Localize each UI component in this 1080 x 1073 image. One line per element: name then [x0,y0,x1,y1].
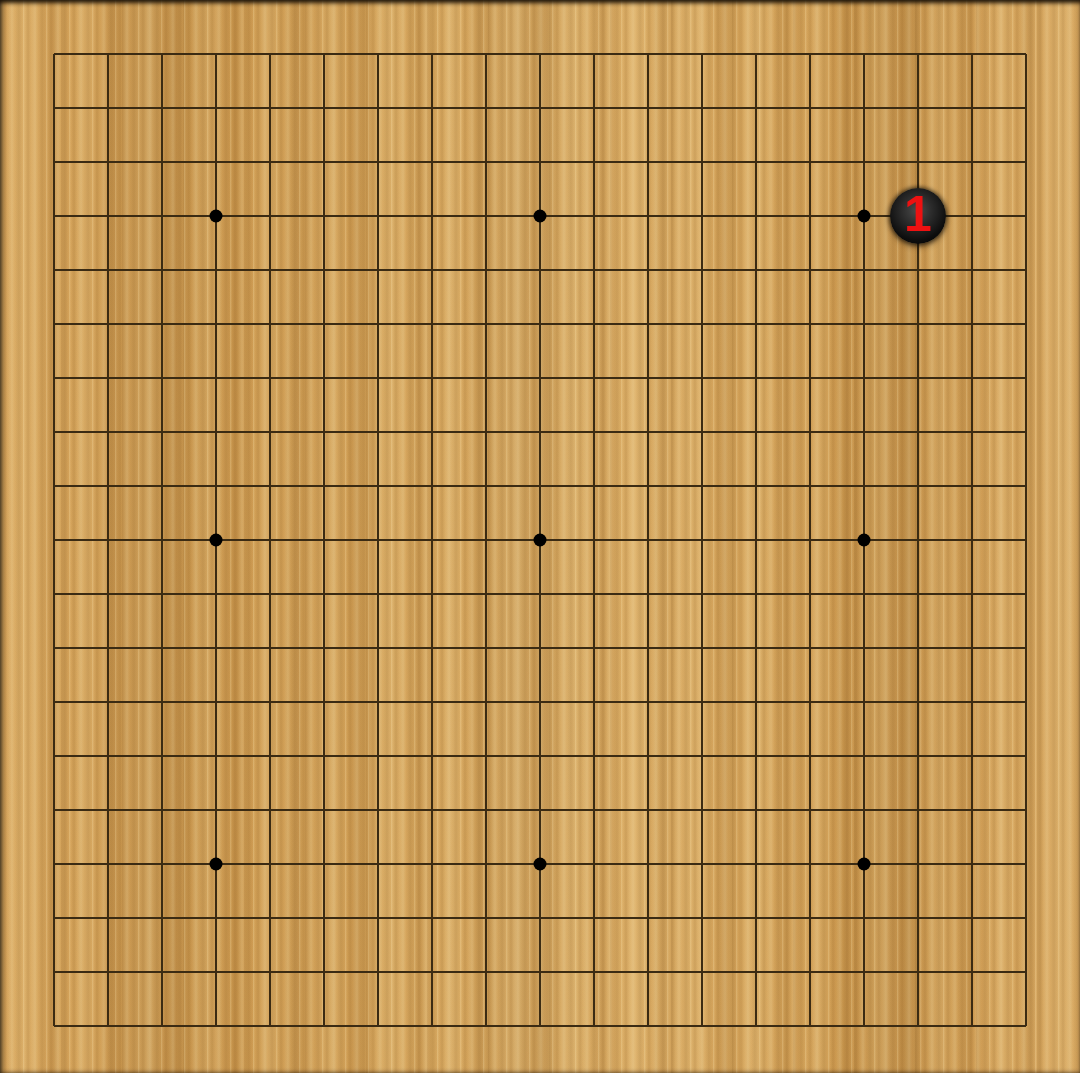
intersection-R5[interactable] [891,783,945,837]
intersection-Q18[interactable] [837,81,891,135]
intersection-B16[interactable] [81,189,135,243]
intersection-D13[interactable] [189,351,243,405]
intersection-N8[interactable] [675,621,729,675]
intersection-L9[interactable] [567,567,621,621]
intersection-N10[interactable] [675,513,729,567]
intersection-O7[interactable] [729,675,783,729]
intersection-F7[interactable] [297,675,351,729]
intersection-T7[interactable] [999,675,1053,729]
intersection-Q13[interactable] [837,351,891,405]
intersection-T10[interactable] [999,513,1053,567]
intersection-C13[interactable] [135,351,189,405]
intersection-B10[interactable] [81,513,135,567]
intersection-A5[interactable] [27,783,81,837]
intersection-J17[interactable] [459,135,513,189]
intersection-T18[interactable] [999,81,1053,135]
intersection-E13[interactable] [243,351,297,405]
intersection-C16[interactable] [135,189,189,243]
intersection-B3[interactable] [81,891,135,945]
intersection-N7[interactable] [675,675,729,729]
intersection-A11[interactable] [27,459,81,513]
intersection-K6[interactable] [513,729,567,783]
intersection-G17[interactable] [351,135,405,189]
intersection-D8[interactable] [189,621,243,675]
intersection-T8[interactable] [999,621,1053,675]
intersection-G16[interactable] [351,189,405,243]
intersection-K13[interactable] [513,351,567,405]
intersection-T12[interactable] [999,405,1053,459]
intersection-H13[interactable] [405,351,459,405]
intersection-L14[interactable] [567,297,621,351]
intersection-F16[interactable] [297,189,351,243]
intersection-M1[interactable] [621,999,675,1053]
intersection-A9[interactable] [27,567,81,621]
intersection-G5[interactable] [351,783,405,837]
intersection-O13[interactable] [729,351,783,405]
intersection-D2[interactable] [189,945,243,999]
intersection-P1[interactable] [783,999,837,1053]
intersection-R8[interactable] [891,621,945,675]
intersection-K4[interactable] [513,837,567,891]
intersection-H4[interactable] [405,837,459,891]
intersection-N4[interactable] [675,837,729,891]
intersection-M8[interactable] [621,621,675,675]
intersection-N9[interactable] [675,567,729,621]
intersection-C18[interactable] [135,81,189,135]
intersection-M2[interactable] [621,945,675,999]
intersection-G9[interactable] [351,567,405,621]
intersection-H15[interactable] [405,243,459,297]
intersection-E17[interactable] [243,135,297,189]
intersection-F11[interactable] [297,459,351,513]
intersection-F18[interactable] [297,81,351,135]
intersection-L12[interactable] [567,405,621,459]
intersection-B2[interactable] [81,945,135,999]
intersection-Q14[interactable] [837,297,891,351]
intersection-M5[interactable] [621,783,675,837]
intersection-P9[interactable] [783,567,837,621]
intersection-P11[interactable] [783,459,837,513]
intersection-H16[interactable] [405,189,459,243]
intersection-M6[interactable] [621,729,675,783]
intersection-M15[interactable] [621,243,675,297]
intersection-R2[interactable] [891,945,945,999]
intersection-N16[interactable] [675,189,729,243]
intersection-R18[interactable] [891,81,945,135]
intersection-P18[interactable] [783,81,837,135]
intersection-P5[interactable] [783,783,837,837]
intersection-T1[interactable] [999,999,1053,1053]
intersection-F10[interactable] [297,513,351,567]
intersection-F19[interactable] [297,27,351,81]
intersection-R10[interactable] [891,513,945,567]
intersection-B18[interactable] [81,81,135,135]
intersection-T6[interactable] [999,729,1053,783]
intersection-H18[interactable] [405,81,459,135]
intersection-H7[interactable] [405,675,459,729]
intersection-M9[interactable] [621,567,675,621]
intersection-R9[interactable] [891,567,945,621]
intersection-C9[interactable] [135,567,189,621]
intersection-R11[interactable] [891,459,945,513]
intersection-J5[interactable] [459,783,513,837]
intersection-C14[interactable] [135,297,189,351]
intersection-N18[interactable] [675,81,729,135]
intersection-F2[interactable] [297,945,351,999]
intersection-E19[interactable] [243,27,297,81]
intersection-G14[interactable] [351,297,405,351]
intersection-S1[interactable] [945,999,999,1053]
intersection-J4[interactable] [459,837,513,891]
intersection-R16[interactable]: 1 [891,189,945,243]
intersection-K2[interactable] [513,945,567,999]
intersection-T11[interactable] [999,459,1053,513]
intersection-E4[interactable] [243,837,297,891]
intersection-C1[interactable] [135,999,189,1053]
intersection-S2[interactable] [945,945,999,999]
intersection-C8[interactable] [135,621,189,675]
intersection-H5[interactable] [405,783,459,837]
intersection-B19[interactable] [81,27,135,81]
intersection-L18[interactable] [567,81,621,135]
intersection-K7[interactable] [513,675,567,729]
intersection-L4[interactable] [567,837,621,891]
intersection-N11[interactable] [675,459,729,513]
intersection-G2[interactable] [351,945,405,999]
intersection-E3[interactable] [243,891,297,945]
intersection-O10[interactable] [729,513,783,567]
intersection-O3[interactable] [729,891,783,945]
intersection-R12[interactable] [891,405,945,459]
intersection-S7[interactable] [945,675,999,729]
intersection-A1[interactable] [27,999,81,1053]
intersection-D10[interactable] [189,513,243,567]
intersection-K12[interactable] [513,405,567,459]
intersection-M11[interactable] [621,459,675,513]
intersection-Q10[interactable] [837,513,891,567]
intersection-Q8[interactable] [837,621,891,675]
intersection-P12[interactable] [783,405,837,459]
intersection-O17[interactable] [729,135,783,189]
intersection-J8[interactable] [459,621,513,675]
intersection-M14[interactable] [621,297,675,351]
intersection-C11[interactable] [135,459,189,513]
intersection-N12[interactable] [675,405,729,459]
intersection-E18[interactable] [243,81,297,135]
intersection-P6[interactable] [783,729,837,783]
intersection-F17[interactable] [297,135,351,189]
intersection-N2[interactable] [675,945,729,999]
intersection-R14[interactable] [891,297,945,351]
intersection-K3[interactable] [513,891,567,945]
intersection-B14[interactable] [81,297,135,351]
intersection-A14[interactable] [27,297,81,351]
intersection-P17[interactable] [783,135,837,189]
intersection-M10[interactable] [621,513,675,567]
intersection-H19[interactable] [405,27,459,81]
intersection-Q4[interactable] [837,837,891,891]
intersection-O9[interactable] [729,567,783,621]
intersection-O14[interactable] [729,297,783,351]
intersection-A8[interactable] [27,621,81,675]
intersection-Q9[interactable] [837,567,891,621]
intersection-J16[interactable] [459,189,513,243]
intersection-R4[interactable] [891,837,945,891]
intersection-C10[interactable] [135,513,189,567]
intersection-B8[interactable] [81,621,135,675]
intersection-F9[interactable] [297,567,351,621]
intersection-M12[interactable] [621,405,675,459]
intersection-O2[interactable] [729,945,783,999]
intersection-L6[interactable] [567,729,621,783]
intersection-O11[interactable] [729,459,783,513]
intersection-T13[interactable] [999,351,1053,405]
intersection-A13[interactable] [27,351,81,405]
intersection-A6[interactable] [27,729,81,783]
intersection-C4[interactable] [135,837,189,891]
intersection-B13[interactable] [81,351,135,405]
intersection-L15[interactable] [567,243,621,297]
intersection-J7[interactable] [459,675,513,729]
intersection-D6[interactable] [189,729,243,783]
intersection-S10[interactable] [945,513,999,567]
intersection-O18[interactable] [729,81,783,135]
intersection-S13[interactable] [945,351,999,405]
intersection-F1[interactable] [297,999,351,1053]
intersection-B9[interactable] [81,567,135,621]
intersection-D7[interactable] [189,675,243,729]
intersection-L3[interactable] [567,891,621,945]
intersection-J10[interactable] [459,513,513,567]
intersection-E1[interactable] [243,999,297,1053]
intersection-E2[interactable] [243,945,297,999]
intersection-M3[interactable] [621,891,675,945]
intersection-A12[interactable] [27,405,81,459]
intersection-H11[interactable] [405,459,459,513]
intersection-H2[interactable] [405,945,459,999]
intersection-G7[interactable] [351,675,405,729]
intersection-E10[interactable] [243,513,297,567]
intersection-L2[interactable] [567,945,621,999]
intersection-P2[interactable] [783,945,837,999]
intersection-M17[interactable] [621,135,675,189]
intersection-P15[interactable] [783,243,837,297]
intersection-D18[interactable] [189,81,243,135]
intersection-P10[interactable] [783,513,837,567]
intersection-J11[interactable] [459,459,513,513]
intersection-R3[interactable] [891,891,945,945]
intersection-H8[interactable] [405,621,459,675]
intersection-O6[interactable] [729,729,783,783]
intersection-F4[interactable] [297,837,351,891]
intersection-Q2[interactable] [837,945,891,999]
intersection-A2[interactable] [27,945,81,999]
intersection-E6[interactable] [243,729,297,783]
intersection-S12[interactable] [945,405,999,459]
intersection-F14[interactable] [297,297,351,351]
intersection-P13[interactable] [783,351,837,405]
intersection-K10[interactable] [513,513,567,567]
intersection-S16[interactable] [945,189,999,243]
intersection-J19[interactable] [459,27,513,81]
intersection-D14[interactable] [189,297,243,351]
intersection-S9[interactable] [945,567,999,621]
intersection-C2[interactable] [135,945,189,999]
intersection-B5[interactable] [81,783,135,837]
intersection-K14[interactable] [513,297,567,351]
intersection-S11[interactable] [945,459,999,513]
intersection-G4[interactable] [351,837,405,891]
intersection-G1[interactable] [351,999,405,1053]
intersection-E12[interactable] [243,405,297,459]
intersection-R7[interactable] [891,675,945,729]
intersection-J1[interactable] [459,999,513,1053]
intersection-A19[interactable] [27,27,81,81]
intersection-D1[interactable] [189,999,243,1053]
intersection-R13[interactable] [891,351,945,405]
intersection-K16[interactable] [513,189,567,243]
intersection-H17[interactable] [405,135,459,189]
intersection-O4[interactable] [729,837,783,891]
intersection-K1[interactable] [513,999,567,1053]
intersection-O12[interactable] [729,405,783,459]
intersection-E9[interactable] [243,567,297,621]
intersection-S14[interactable] [945,297,999,351]
intersection-L16[interactable] [567,189,621,243]
intersection-P8[interactable] [783,621,837,675]
intersection-K5[interactable] [513,783,567,837]
intersection-E15[interactable] [243,243,297,297]
intersection-Q12[interactable] [837,405,891,459]
intersection-C17[interactable] [135,135,189,189]
intersection-S3[interactable] [945,891,999,945]
intersection-B6[interactable] [81,729,135,783]
intersection-N3[interactable] [675,891,729,945]
intersection-F3[interactable] [297,891,351,945]
intersection-L8[interactable] [567,621,621,675]
intersection-H6[interactable] [405,729,459,783]
intersection-J6[interactable] [459,729,513,783]
intersection-C7[interactable] [135,675,189,729]
intersection-E14[interactable] [243,297,297,351]
intersection-F15[interactable] [297,243,351,297]
intersection-A15[interactable] [27,243,81,297]
intersection-M7[interactable] [621,675,675,729]
intersection-G12[interactable] [351,405,405,459]
intersection-D4[interactable] [189,837,243,891]
intersection-Q11[interactable] [837,459,891,513]
intersection-J18[interactable] [459,81,513,135]
intersection-L11[interactable] [567,459,621,513]
intersection-F6[interactable] [297,729,351,783]
intersection-O8[interactable] [729,621,783,675]
intersection-L5[interactable] [567,783,621,837]
intersection-P19[interactable] [783,27,837,81]
intersection-H14[interactable] [405,297,459,351]
intersection-P14[interactable] [783,297,837,351]
intersection-E5[interactable] [243,783,297,837]
intersection-F12[interactable] [297,405,351,459]
intersection-S6[interactable] [945,729,999,783]
intersection-N17[interactable] [675,135,729,189]
intersection-T9[interactable] [999,567,1053,621]
intersection-B12[interactable] [81,405,135,459]
intersection-E11[interactable] [243,459,297,513]
intersection-G6[interactable] [351,729,405,783]
intersection-M16[interactable] [621,189,675,243]
intersection-R19[interactable] [891,27,945,81]
intersection-G10[interactable] [351,513,405,567]
intersection-Q7[interactable] [837,675,891,729]
intersection-K11[interactable] [513,459,567,513]
intersection-F8[interactable] [297,621,351,675]
intersection-B15[interactable] [81,243,135,297]
intersection-K8[interactable] [513,621,567,675]
intersection-N6[interactable] [675,729,729,783]
intersection-O15[interactable] [729,243,783,297]
intersection-H12[interactable] [405,405,459,459]
intersection-F5[interactable] [297,783,351,837]
intersection-J14[interactable] [459,297,513,351]
intersection-D19[interactable] [189,27,243,81]
intersection-G15[interactable] [351,243,405,297]
intersection-C12[interactable] [135,405,189,459]
intersection-N15[interactable] [675,243,729,297]
intersection-B7[interactable] [81,675,135,729]
intersection-G11[interactable] [351,459,405,513]
intersection-N14[interactable] [675,297,729,351]
intersection-E8[interactable] [243,621,297,675]
intersection-T4[interactable] [999,837,1053,891]
intersection-E7[interactable] [243,675,297,729]
intersection-P7[interactable] [783,675,837,729]
intersection-T15[interactable] [999,243,1053,297]
intersection-D5[interactable] [189,783,243,837]
intersection-C15[interactable] [135,243,189,297]
intersection-H1[interactable] [405,999,459,1053]
intersection-G13[interactable] [351,351,405,405]
intersection-N13[interactable] [675,351,729,405]
intersection-N1[interactable] [675,999,729,1053]
intersection-A17[interactable] [27,135,81,189]
intersection-K17[interactable] [513,135,567,189]
intersection-L19[interactable] [567,27,621,81]
intersection-D11[interactable] [189,459,243,513]
intersection-O16[interactable] [729,189,783,243]
intersection-E16[interactable] [243,189,297,243]
intersection-M13[interactable] [621,351,675,405]
intersection-L7[interactable] [567,675,621,729]
intersection-P3[interactable] [783,891,837,945]
intersection-Q15[interactable] [837,243,891,297]
intersection-B1[interactable] [81,999,135,1053]
intersection-J2[interactable] [459,945,513,999]
intersection-O19[interactable] [729,27,783,81]
intersection-Q3[interactable] [837,891,891,945]
intersection-T19[interactable] [999,27,1053,81]
intersection-L10[interactable] [567,513,621,567]
intersection-N5[interactable] [675,783,729,837]
intersection-S15[interactable] [945,243,999,297]
intersection-N19[interactable] [675,27,729,81]
intersection-P4[interactable] [783,837,837,891]
intersection-G3[interactable] [351,891,405,945]
intersection-A16[interactable] [27,189,81,243]
intersection-M19[interactable] [621,27,675,81]
intersection-T2[interactable] [999,945,1053,999]
intersection-T16[interactable] [999,189,1053,243]
intersection-A4[interactable] [27,837,81,891]
